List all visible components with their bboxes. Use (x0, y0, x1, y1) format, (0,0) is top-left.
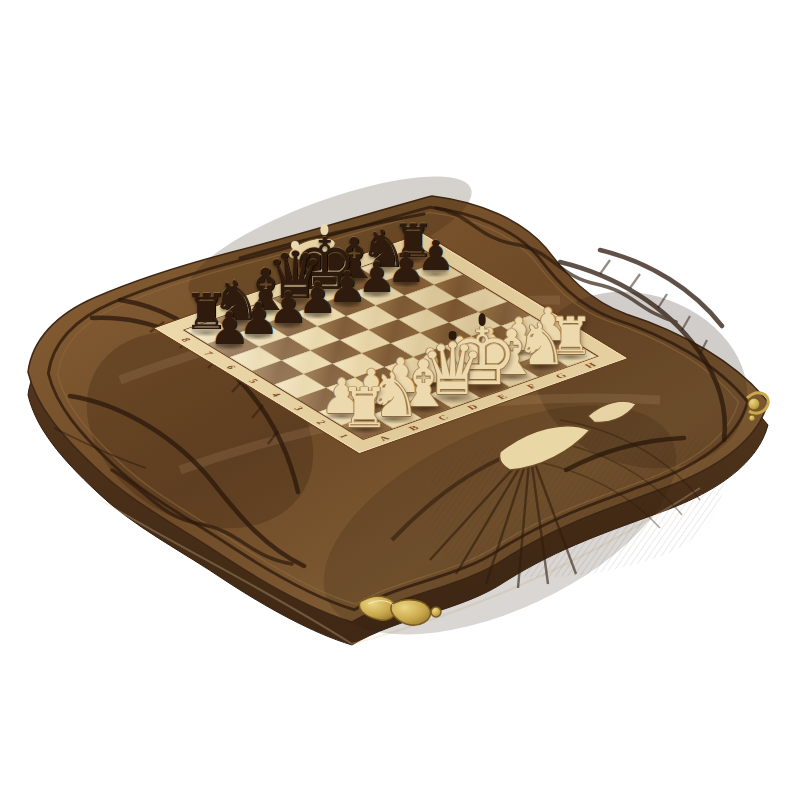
piece-white-rook: ♜ (340, 381, 389, 436)
piece-finial (321, 224, 328, 235)
piece-finial (291, 241, 299, 249)
piece-finial (448, 331, 457, 340)
product-photo-stage: 87654321ABCDEFGH ♜♞♝♛♚♝♞♜♟♟♟♟♟♟♟♟♟♟♟♟♟♟♟… (0, 0, 800, 800)
piece-finial (478, 313, 486, 326)
piece-black-pawn: ♟ (209, 307, 249, 352)
